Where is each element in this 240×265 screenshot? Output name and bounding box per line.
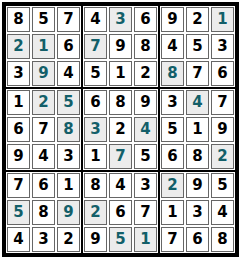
cell-r1c8: 2	[186, 7, 209, 32]
cell-r5c9: 9	[211, 117, 234, 142]
cell-r3c9: 6	[211, 61, 234, 86]
cell-r4c9: 7	[211, 90, 234, 115]
cell-r3c4: 5	[84, 61, 107, 86]
cell-r9c8: 6	[186, 227, 209, 252]
cell-r3c8: 7	[186, 61, 209, 86]
box-r3c1: 761589432	[5, 171, 82, 254]
cell-r4c5: 8	[109, 90, 132, 115]
cell-r7c1: 7	[7, 173, 30, 198]
box-r3c3: 295134768	[159, 171, 236, 254]
cell-r2c8: 5	[186, 34, 209, 59]
cell-r6c6: 5	[134, 144, 157, 169]
cell-r7c7[interactable]: 2	[161, 173, 184, 198]
cell-r3c5: 1	[109, 61, 132, 86]
cell-r8c7: 1	[161, 200, 184, 225]
cell-r2c3: 6	[57, 34, 80, 59]
cell-r8c6: 7	[134, 200, 157, 225]
cell-r6c4: 1	[84, 144, 107, 169]
cell-r7c2: 6	[32, 173, 55, 198]
cell-r7c8: 9	[186, 173, 209, 198]
cell-r5c6[interactable]: 4	[134, 117, 157, 142]
cell-r3c3: 4	[57, 61, 80, 86]
cell-r6c7: 6	[161, 144, 184, 169]
cell-r5c2: 7	[32, 117, 55, 142]
cell-r8c4[interactable]: 2	[84, 200, 107, 225]
cell-r2c2[interactable]: 1	[32, 34, 55, 59]
cell-r6c3: 3	[57, 144, 80, 169]
cell-r6c2: 4	[32, 144, 55, 169]
cell-r4c3[interactable]: 5	[57, 90, 80, 115]
cell-r6c5[interactable]: 7	[109, 144, 132, 169]
cell-r9c6[interactable]: 1	[134, 227, 157, 252]
box-r2c2: 689324175	[82, 88, 159, 171]
cell-r2c7: 4	[161, 34, 184, 59]
sudoku-board: 8572163944367985129214538761256789436893…	[2, 2, 239, 257]
cell-r2c4[interactable]: 7	[84, 34, 107, 59]
cell-r3c1: 3	[7, 61, 30, 86]
cell-r8c8: 3	[186, 200, 209, 225]
cell-r2c9: 3	[211, 34, 234, 59]
cell-r3c7[interactable]: 8	[161, 61, 184, 86]
cell-r8c2: 8	[32, 200, 55, 225]
cell-r2c6: 8	[134, 34, 157, 59]
cell-r1c9[interactable]: 1	[211, 7, 234, 32]
cell-r4c2[interactable]: 2	[32, 90, 55, 115]
cell-r7c6: 3	[134, 173, 157, 198]
cell-r9c3: 2	[57, 227, 80, 252]
cell-r2c5: 9	[109, 34, 132, 59]
cell-r5c3[interactable]: 8	[57, 117, 80, 142]
cell-r4c8[interactable]: 4	[186, 90, 209, 115]
cell-r7c4: 8	[84, 173, 107, 198]
cell-r8c9: 4	[211, 200, 234, 225]
cell-r4c1: 1	[7, 90, 30, 115]
box-r2c3: 347519682	[159, 88, 236, 171]
cell-r6c8: 8	[186, 144, 209, 169]
cell-r1c3: 7	[57, 7, 80, 32]
cell-r9c7: 7	[161, 227, 184, 252]
cell-r4c7: 3	[161, 90, 184, 115]
cell-r8c5: 6	[109, 200, 132, 225]
cell-r2c1[interactable]: 2	[7, 34, 30, 59]
cell-r1c2: 5	[32, 7, 55, 32]
cell-r9c5[interactable]: 5	[109, 227, 132, 252]
cell-r9c2: 3	[32, 227, 55, 252]
box-r1c1: 857216394	[5, 5, 82, 88]
cell-r9c9: 8	[211, 227, 234, 252]
cell-r3c2[interactable]: 9	[32, 61, 55, 86]
cell-r3c6: 2	[134, 61, 157, 86]
cell-r1c7: 9	[161, 7, 184, 32]
box-r1c3: 921453876	[159, 5, 236, 88]
cell-r8c1[interactable]: 5	[7, 200, 30, 225]
cell-r5c1: 6	[7, 117, 30, 142]
cell-r1c1: 8	[7, 7, 30, 32]
cell-r5c5: 2	[109, 117, 132, 142]
cell-r6c9[interactable]: 2	[211, 144, 234, 169]
cell-r9c4: 9	[84, 227, 107, 252]
box-r3c2: 843267951	[82, 171, 159, 254]
cell-r9c1: 4	[7, 227, 30, 252]
cell-r4c4: 6	[84, 90, 107, 115]
cell-r5c8: 1	[186, 117, 209, 142]
cell-r1c6: 6	[134, 7, 157, 32]
cell-r1c4: 4	[84, 7, 107, 32]
cell-r7c9: 5	[211, 173, 234, 198]
cell-r6c1: 9	[7, 144, 30, 169]
cell-r4c6: 9	[134, 90, 157, 115]
cell-r5c7: 5	[161, 117, 184, 142]
cell-r7c3: 1	[57, 173, 80, 198]
cell-r5c4[interactable]: 3	[84, 117, 107, 142]
box-r2c1: 125678943	[5, 88, 82, 171]
cell-r7c5: 4	[109, 173, 132, 198]
cell-r8c3[interactable]: 9	[57, 200, 80, 225]
box-r1c2: 436798512	[82, 5, 159, 88]
cell-r1c5[interactable]: 3	[109, 7, 132, 32]
